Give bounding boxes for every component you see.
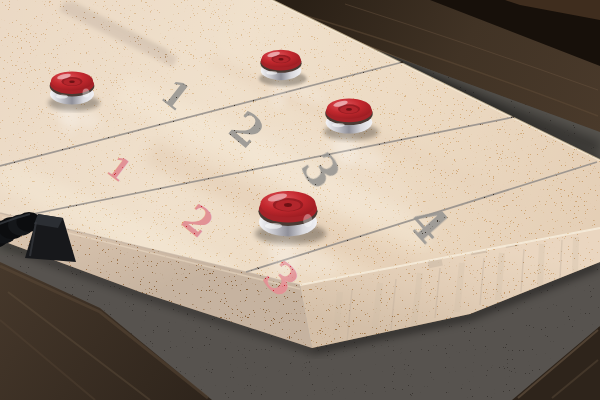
shuffleboard-scene: 1 2 3 4 1 2 3 bbox=[0, 0, 600, 400]
shuffleboard-photo: 1 2 3 4 1 2 3 bbox=[0, 0, 600, 400]
